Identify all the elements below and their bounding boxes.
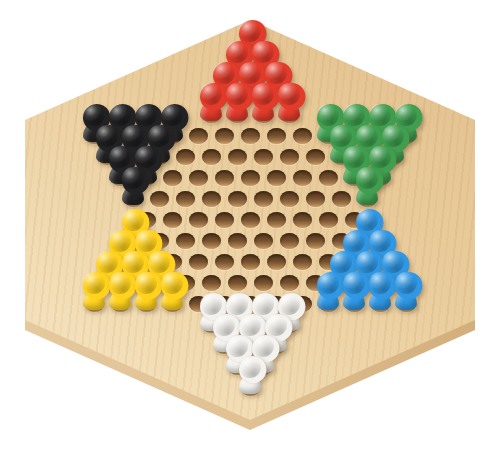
peg-gloss-highlight — [135, 272, 157, 294]
board-hole[interactable] — [267, 254, 286, 270]
board-hole[interactable] — [267, 212, 286, 228]
peg-yellow[interactable]: ● — [80, 270, 108, 310]
board-hole[interactable] — [319, 212, 338, 228]
board-hole[interactable] — [189, 170, 208, 186]
board-hole[interactable] — [228, 191, 247, 207]
board-hole[interactable] — [254, 149, 273, 165]
peg-red[interactable]: ● — [197, 81, 225, 121]
peg-gloss-highlight — [161, 272, 183, 294]
peg-gloss-highlight — [109, 272, 131, 294]
peg-gloss-highlight — [343, 272, 365, 294]
peg-gloss-highlight — [278, 83, 300, 105]
board-hole[interactable] — [189, 128, 208, 144]
peg-blue[interactable]: ● — [366, 270, 394, 310]
peg-blue[interactable]: ● — [340, 270, 368, 310]
peg-blue[interactable]: ● — [392, 270, 420, 310]
board-hole[interactable] — [202, 233, 221, 249]
board-hole[interactable] — [306, 233, 325, 249]
peg-gloss-highlight — [317, 272, 339, 294]
board-hole[interactable] — [319, 170, 338, 186]
board-hole[interactable] — [293, 170, 312, 186]
peg-red[interactable]: ● — [223, 81, 251, 121]
board-hole[interactable] — [228, 233, 247, 249]
board-hole[interactable] — [306, 149, 325, 165]
board-hole[interactable] — [215, 170, 234, 186]
board-hole[interactable] — [241, 170, 260, 186]
board-hole[interactable] — [215, 212, 234, 228]
board-hole[interactable] — [150, 191, 169, 207]
peg-gloss-highlight — [356, 167, 378, 189]
board-grid: ●●●●●●●●●●●●●●●●●●●●●●●●●●●●●●●●●●●●●●●●… — [0, 0, 500, 449]
board-hole[interactable] — [267, 128, 286, 144]
board-hole[interactable] — [163, 170, 182, 186]
peg-blue[interactable]: ● — [314, 270, 342, 310]
board-hole[interactable] — [332, 191, 351, 207]
peg-gloss-highlight — [252, 83, 274, 105]
peg-gloss-highlight — [395, 272, 417, 294]
board-hole[interactable] — [293, 254, 312, 270]
peg-red[interactable]: ● — [249, 81, 277, 121]
board-hole[interactable] — [202, 149, 221, 165]
board-hole[interactable] — [176, 149, 195, 165]
peg-yellow[interactable]: ● — [106, 270, 134, 310]
board-hole[interactable] — [254, 233, 273, 249]
board-hole[interactable] — [241, 254, 260, 270]
peg-gloss-highlight — [122, 167, 144, 189]
peg-red[interactable]: ● — [275, 81, 303, 121]
board-hole[interactable] — [280, 149, 299, 165]
board-hole[interactable] — [163, 212, 182, 228]
board-hole[interactable] — [215, 254, 234, 270]
board-hole[interactable] — [280, 191, 299, 207]
board-hole[interactable] — [202, 191, 221, 207]
board-hole[interactable] — [306, 191, 325, 207]
board-hole[interactable] — [189, 212, 208, 228]
peg-white[interactable]: ● — [236, 354, 264, 394]
peg-yellow[interactable]: ● — [158, 270, 186, 310]
board-hole[interactable] — [241, 128, 260, 144]
product-photo-stage: ●●●●●●●●●●●●●●●●●●●●●●●●●●●●●●●●●●●●●●●●… — [0, 0, 500, 449]
peg-gloss-highlight — [369, 272, 391, 294]
peg-gloss-highlight — [239, 356, 261, 378]
peg-gloss-highlight — [226, 83, 248, 105]
board-hole[interactable] — [228, 149, 247, 165]
board-hole[interactable] — [267, 170, 286, 186]
board-hole[interactable] — [176, 191, 195, 207]
board-hole[interactable] — [254, 191, 273, 207]
board-hole[interactable] — [241, 212, 260, 228]
board-hole[interactable] — [280, 233, 299, 249]
board-hole[interactable] — [293, 212, 312, 228]
peg-gloss-highlight — [200, 83, 222, 105]
peg-yellow[interactable]: ● — [132, 270, 160, 310]
peg-gloss-highlight — [83, 272, 105, 294]
board-hole[interactable] — [215, 128, 234, 144]
board-hole[interactable] — [176, 233, 195, 249]
board-hole[interactable] — [293, 128, 312, 144]
board-hole[interactable] — [189, 254, 208, 270]
